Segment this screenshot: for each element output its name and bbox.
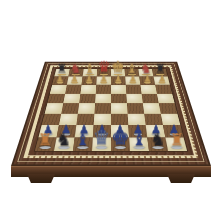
- chess-board: ♜♞♝♛♚♝♞♜♟♟♟♟♟♟♟♟♟♟♟♟♟♟♟♟♜♞♝♛♚♝♞♜: [11, 62, 211, 166]
- board-foot-right: [167, 174, 195, 183]
- frame-inner-band: [28, 67, 194, 156]
- chess-set-photo: ♜♞♝♛♚♝♞♜♟♟♟♟♟♟♟♟♟♟♟♟♟♟♟♟♜♞♝♛♚♝♞♜: [0, 0, 222, 222]
- marquetry-dot-ring: [23, 65, 198, 158]
- board-foot-left: [27, 174, 55, 183]
